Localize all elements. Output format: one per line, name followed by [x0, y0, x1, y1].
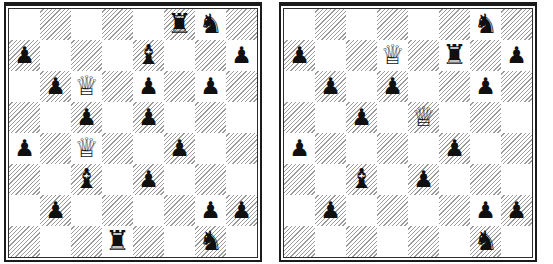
left-diagram-square-f8: ♜ — [164, 9, 195, 40]
right-diagram-square-g1: ♞ — [470, 226, 501, 257]
piece-black-rook: ♜ — [102, 226, 133, 257]
piece-black-rook: ♜ — [439, 40, 470, 71]
right-diagram-square-f2 — [439, 195, 470, 226]
right-board-frame: ♞♟♕♜♟♟♟♟♟♕♟♟♝♟♟♟♟♞ — [279, 2, 537, 262]
right-diagram-square-c6 — [346, 71, 377, 102]
piece-black-pawn: ♟ — [501, 195, 532, 226]
right-diagram-square-h7: ♟ — [501, 40, 532, 71]
piece-black-pawn: ♟ — [284, 40, 315, 71]
left-diagram-square-h2: ♟ — [226, 195, 257, 226]
piece-black-pawn: ♟ — [315, 71, 346, 102]
left-diagram-square-c5: ♟ — [71, 102, 102, 133]
right-diagram-square-f1 — [439, 226, 470, 257]
right-diagram-square-c2 — [346, 195, 377, 226]
left-diagram-square-b8 — [40, 9, 71, 40]
piece-black-pawn: ♟ — [470, 195, 501, 226]
left-diagram-square-g1: ♞ — [195, 226, 226, 257]
right-diagram-square-f8 — [439, 9, 470, 40]
left-diagram-square-f4: ♟ — [164, 133, 195, 164]
left-diagram-square-e3: ♟ — [133, 164, 164, 195]
piece-black-pawn: ♟ — [226, 40, 257, 71]
left-diagram-square-g3 — [195, 164, 226, 195]
piece-black-pawn: ♟ — [133, 164, 164, 195]
piece-black-pawn: ♟ — [133, 71, 164, 102]
right-diagram-square-d7: ♕ — [377, 40, 408, 71]
right-diagram-square-d5 — [377, 102, 408, 133]
right-diagram-square-e5: ♕ — [408, 102, 439, 133]
right-diagram-square-g8: ♞ — [470, 9, 501, 40]
left-diagram-square-b7 — [40, 40, 71, 71]
piece-black-pawn: ♟ — [9, 133, 40, 164]
right-diagram-square-b6: ♟ — [315, 71, 346, 102]
piece-black-pawn: ♟ — [315, 195, 346, 226]
left-diagram-square-f3 — [164, 164, 195, 195]
right-board-inner-border: ♞♟♕♜♟♟♟♟♟♕♟♟♝♟♟♟♟♞ — [283, 8, 533, 258]
left-diagram-square-e5: ♟ — [133, 102, 164, 133]
piece-black-pawn: ♟ — [40, 71, 71, 102]
left-diagram-square-g7 — [195, 40, 226, 71]
left-diagram-square-e2 — [133, 195, 164, 226]
left-diagram-square-d5 — [102, 102, 133, 133]
piece-black-bishop: ♝ — [133, 40, 164, 71]
right-diagram-square-h8 — [501, 9, 532, 40]
diagram-pair-page: ♜♞♟♝♟♟♕♟♟♟♟♟♕♟♝♟♟♟♟♜♞ ♞♟♕♜♟♟♟♟♟♕♟♟♝♟♟♟♟♞ — [0, 0, 553, 264]
piece-black-pawn: ♟ — [226, 195, 257, 226]
right-diagram-square-b1 — [315, 226, 346, 257]
left-diagram-square-e4 — [133, 133, 164, 164]
left-diagram-square-h1 — [226, 226, 257, 257]
piece-black-pawn: ♟ — [40, 195, 71, 226]
right-diagram-square-c5: ♟ — [346, 102, 377, 133]
left-diagram-square-a3 — [9, 164, 40, 195]
right-diagram-square-f7: ♜ — [439, 40, 470, 71]
right-diagram-square-g5 — [470, 102, 501, 133]
piece-black-pawn: ♟ — [71, 102, 102, 133]
left-diagram-square-d1: ♜ — [102, 226, 133, 257]
left-diagram-square-d8 — [102, 9, 133, 40]
piece-black-pawn: ♟ — [9, 40, 40, 71]
left-diagram-square-g4 — [195, 133, 226, 164]
right-diagram-square-g3 — [470, 164, 501, 195]
left-diagram-square-e8 — [133, 9, 164, 40]
right-diagram-square-e8 — [408, 9, 439, 40]
left-diagram-square-a5 — [9, 102, 40, 133]
piece-black-knight: ♞ — [195, 9, 226, 40]
right-diagram-square-h4 — [501, 133, 532, 164]
piece-black-bishop: ♝ — [71, 164, 102, 195]
left-diagram-square-c4: ♕ — [71, 133, 102, 164]
piece-black-pawn: ♟ — [195, 71, 226, 102]
right-diagram-square-h6 — [501, 71, 532, 102]
piece-white-queen: ♕ — [377, 40, 408, 71]
right-diagram-square-h2: ♟ — [501, 195, 532, 226]
left-diagram-square-c8 — [71, 9, 102, 40]
right-chessboard: ♞♟♕♜♟♟♟♟♟♕♟♟♝♟♟♟♟♞ — [284, 9, 532, 257]
piece-black-rook: ♜ — [164, 9, 195, 40]
left-diagram-square-f7 — [164, 40, 195, 71]
left-diagram-square-f5 — [164, 102, 195, 133]
right-diagram-square-c4 — [346, 133, 377, 164]
left-diagram-square-f1 — [164, 226, 195, 257]
right-diagram-square-e6 — [408, 71, 439, 102]
right-diagram-square-g6: ♟ — [470, 71, 501, 102]
left-board-frame: ♜♞♟♝♟♟♕♟♟♟♟♟♕♟♝♟♟♟♟♜♞ — [4, 2, 262, 262]
left-diagram-square-c1 — [71, 226, 102, 257]
right-diagram-square-f4: ♟ — [439, 133, 470, 164]
left-diagram-square-c3: ♝ — [71, 164, 102, 195]
piece-black-knight: ♞ — [470, 9, 501, 40]
piece-black-knight: ♞ — [195, 226, 226, 257]
right-diagram-square-f5 — [439, 102, 470, 133]
right-diagram-square-g7 — [470, 40, 501, 71]
left-diagram-square-e7: ♝ — [133, 40, 164, 71]
left-chessboard: ♜♞♟♝♟♟♕♟♟♟♟♟♕♟♝♟♟♟♟♜♞ — [9, 9, 257, 257]
right-diagram-square-g4 — [470, 133, 501, 164]
left-diagram-square-a4: ♟ — [9, 133, 40, 164]
left-diagram-square-c6: ♕ — [71, 71, 102, 102]
piece-white-queen: ♕ — [408, 102, 439, 133]
piece-black-pawn: ♟ — [284, 133, 315, 164]
left-diagram-square-h8 — [226, 9, 257, 40]
right-diagram-square-f6 — [439, 71, 470, 102]
right-diagram-square-a2 — [284, 195, 315, 226]
left-diagram-square-b3 — [40, 164, 71, 195]
right-diagram-square-d4 — [377, 133, 408, 164]
left-diagram-square-c7 — [71, 40, 102, 71]
left-diagram-square-e6: ♟ — [133, 71, 164, 102]
left-diagram-square-b4 — [40, 133, 71, 164]
right-diagram-square-a3 — [284, 164, 315, 195]
right-diagram-square-e1 — [408, 226, 439, 257]
left-diagram-square-h7: ♟ — [226, 40, 257, 71]
right-diagram-square-a1 — [284, 226, 315, 257]
right-diagram-square-c7 — [346, 40, 377, 71]
piece-black-knight: ♞ — [470, 226, 501, 257]
right-diagram-square-d2 — [377, 195, 408, 226]
left-board-inner-border: ♜♞♟♝♟♟♕♟♟♟♟♟♕♟♝♟♟♟♟♜♞ — [8, 8, 258, 258]
left-diagram-square-b6: ♟ — [40, 71, 71, 102]
left-diagram-square-a7: ♟ — [9, 40, 40, 71]
left-diagram-square-d3 — [102, 164, 133, 195]
right-diagram-square-b8 — [315, 9, 346, 40]
left-diagram-square-b1 — [40, 226, 71, 257]
right-diagram-square-b4 — [315, 133, 346, 164]
right-diagram-square-c3: ♝ — [346, 164, 377, 195]
left-diagram-square-a2 — [9, 195, 40, 226]
left-diagram-square-c2 — [71, 195, 102, 226]
piece-black-pawn: ♟ — [346, 102, 377, 133]
right-diagram-square-b3 — [315, 164, 346, 195]
right-diagram-square-a5 — [284, 102, 315, 133]
right-diagram-square-h3 — [501, 164, 532, 195]
left-diagram-square-b5 — [40, 102, 71, 133]
piece-black-bishop: ♝ — [346, 164, 377, 195]
left-diagram-square-d6 — [102, 71, 133, 102]
left-diagram-square-d7 — [102, 40, 133, 71]
right-diagram-square-e2 — [408, 195, 439, 226]
right-diagram-square-g2: ♟ — [470, 195, 501, 226]
piece-black-pawn: ♟ — [439, 133, 470, 164]
piece-white-queen: ♕ — [71, 71, 102, 102]
right-diagram-square-d8 — [377, 9, 408, 40]
right-diagram-square-b2: ♟ — [315, 195, 346, 226]
left-diagram-square-g5 — [195, 102, 226, 133]
right-diagram-square-a4: ♟ — [284, 133, 315, 164]
right-diagram-square-e7 — [408, 40, 439, 71]
left-diagram-square-g2: ♟ — [195, 195, 226, 226]
piece-black-pawn: ♟ — [195, 195, 226, 226]
right-diagram-square-c8 — [346, 9, 377, 40]
piece-black-pawn: ♟ — [470, 71, 501, 102]
right-diagram-square-h5 — [501, 102, 532, 133]
left-diagram-square-g8: ♞ — [195, 9, 226, 40]
right-diagram-square-h1 — [501, 226, 532, 257]
right-diagram-square-d1 — [377, 226, 408, 257]
left-diagram-square-h4 — [226, 133, 257, 164]
right-diagram-square-e3: ♟ — [408, 164, 439, 195]
right-diagram-square-f3 — [439, 164, 470, 195]
left-diagram-square-d4 — [102, 133, 133, 164]
left-diagram-square-h5 — [226, 102, 257, 133]
piece-black-pawn: ♟ — [408, 164, 439, 195]
piece-black-pawn: ♟ — [133, 102, 164, 133]
left-diagram-square-e1 — [133, 226, 164, 257]
right-diagram-square-a6 — [284, 71, 315, 102]
left-diagram-square-f2 — [164, 195, 195, 226]
piece-black-pawn: ♟ — [164, 133, 195, 164]
piece-black-pawn: ♟ — [501, 40, 532, 71]
left-diagram-square-f6 — [164, 71, 195, 102]
left-diagram-square-b2: ♟ — [40, 195, 71, 226]
left-diagram-square-h6 — [226, 71, 257, 102]
right-diagram-square-b7 — [315, 40, 346, 71]
right-diagram-square-c1 — [346, 226, 377, 257]
left-diagram-square-h3 — [226, 164, 257, 195]
left-diagram-square-a6 — [9, 71, 40, 102]
right-diagram-square-d6: ♟ — [377, 71, 408, 102]
left-diagram-square-d2 — [102, 195, 133, 226]
left-diagram-square-a8 — [9, 9, 40, 40]
right-diagram-square-b5 — [315, 102, 346, 133]
right-diagram-square-a8 — [284, 9, 315, 40]
right-diagram-square-a7: ♟ — [284, 40, 315, 71]
piece-black-pawn: ♟ — [377, 71, 408, 102]
right-diagram-square-d3 — [377, 164, 408, 195]
piece-white-queen: ♕ — [71, 133, 102, 164]
right-diagram-square-e4 — [408, 133, 439, 164]
left-diagram-square-g6: ♟ — [195, 71, 226, 102]
left-diagram-square-a1 — [9, 226, 40, 257]
